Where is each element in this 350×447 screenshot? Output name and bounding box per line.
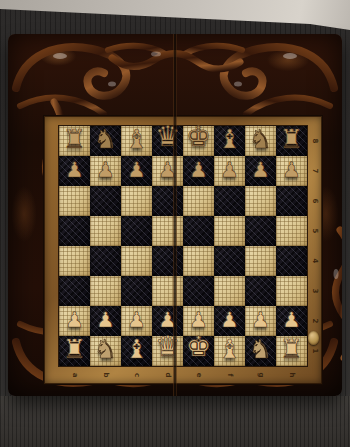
black-knight-b8[interactable]: ♞: [90, 123, 121, 155]
square-g2[interactable]: ♟: [245, 306, 276, 336]
square-g3[interactable]: [245, 276, 276, 306]
square-d5[interactable]: [152, 216, 183, 246]
black-knight-g8[interactable]: ♞: [245, 123, 276, 155]
square-a4[interactable]: [59, 246, 90, 276]
square-d6[interactable]: [152, 186, 183, 216]
wall-background: [0, 0, 350, 34]
white-knight-g1[interactable]: ♞: [245, 333, 276, 365]
square-e3[interactable]: [183, 276, 214, 306]
square-f7[interactable]: ♟: [214, 156, 245, 186]
square-c6[interactable]: [121, 186, 152, 216]
square-c3[interactable]: [121, 276, 152, 306]
square-c5[interactable]: [121, 216, 152, 246]
square-b1[interactable]: ♞: [90, 336, 121, 366]
square-h2[interactable]: ♟: [276, 306, 307, 336]
square-b2[interactable]: ♟: [90, 306, 121, 336]
square-g5[interactable]: [245, 216, 276, 246]
black-rook-h8[interactable]: ♜: [276, 123, 307, 155]
black-pawn-h7[interactable]: ♟: [276, 156, 307, 188]
square-h5[interactable]: [276, 216, 307, 246]
square-g4[interactable]: [245, 246, 276, 276]
square-a1[interactable]: ♜: [59, 336, 90, 366]
square-d1[interactable]: ♛: [152, 336, 183, 366]
square-c8[interactable]: ♝: [121, 126, 152, 156]
square-h8[interactable]: ♜: [276, 126, 307, 156]
square-b7[interactable]: ♟: [90, 156, 121, 186]
black-pawn-b7[interactable]: ♟: [90, 156, 121, 188]
square-c1[interactable]: ♝: [121, 336, 152, 366]
square-c4[interactable]: [121, 246, 152, 276]
white-bishop-c1[interactable]: ♝: [121, 333, 152, 365]
black-pawn-d7[interactable]: ♟: [152, 156, 183, 188]
black-pawn-g7[interactable]: ♟: [245, 156, 276, 188]
square-d4[interactable]: [152, 246, 183, 276]
square-f5[interactable]: [214, 216, 245, 246]
square-a3[interactable]: [59, 276, 90, 306]
white-queen-d1[interactable]: ♛: [152, 331, 183, 363]
black-pawn-a7[interactable]: ♟: [59, 156, 90, 188]
square-g7[interactable]: ♟: [245, 156, 276, 186]
square-f4[interactable]: [214, 246, 245, 276]
black-pawn-c7[interactable]: ♟: [121, 156, 152, 188]
square-c2[interactable]: ♟: [121, 306, 152, 336]
square-d8[interactable]: ♛: [152, 126, 183, 156]
white-rook-a1[interactable]: ♜: [59, 333, 90, 365]
photo-scene: ♜♞♝♛♚♝♞♜♟♟♟♟♟♟♟♟♟♟♟♟♟♟♟♟♜♞♝♛♚♝♞♜ abcdefg…: [0, 0, 350, 447]
board-grid: ♜♞♝♛♚♝♞♜♟♟♟♟♟♟♟♟♟♟♟♟♟♟♟♟♜♞♝♛♚♝♞♜: [59, 126, 307, 366]
square-c7[interactable]: ♟: [121, 156, 152, 186]
latch-knob: [308, 331, 319, 345]
square-a7[interactable]: ♟: [59, 156, 90, 186]
black-pawn-e7[interactable]: ♟: [183, 156, 214, 188]
black-pawn-f7[interactable]: ♟: [214, 156, 245, 188]
square-e8[interactable]: ♚: [183, 126, 214, 156]
square-h1[interactable]: ♜: [276, 336, 307, 366]
square-f8[interactable]: ♝: [214, 126, 245, 156]
square-b5[interactable]: [90, 216, 121, 246]
square-e1[interactable]: ♚: [183, 336, 214, 366]
square-f2[interactable]: ♟: [214, 306, 245, 336]
square-g8[interactable]: ♞: [245, 126, 276, 156]
white-bishop-f1[interactable]: ♝: [214, 333, 245, 365]
table-surface: [0, 396, 350, 447]
square-e7[interactable]: ♟: [183, 156, 214, 186]
square-b6[interactable]: [90, 186, 121, 216]
square-h3[interactable]: [276, 276, 307, 306]
black-king-e8[interactable]: ♚: [183, 121, 214, 153]
square-e6[interactable]: [183, 186, 214, 216]
square-a8[interactable]: ♜: [59, 126, 90, 156]
black-rook-a8[interactable]: ♜: [59, 123, 90, 155]
black-bishop-c8[interactable]: ♝: [121, 123, 152, 155]
square-f6[interactable]: [214, 186, 245, 216]
square-a6[interactable]: [59, 186, 90, 216]
square-f1[interactable]: ♝: [214, 336, 245, 366]
square-b3[interactable]: [90, 276, 121, 306]
black-bishop-f8[interactable]: ♝: [214, 123, 245, 155]
white-rook-h1[interactable]: ♜: [276, 333, 307, 365]
square-a2[interactable]: ♟: [59, 306, 90, 336]
board-fold-seam: [173, 34, 177, 396]
square-h4[interactable]: [276, 246, 307, 276]
square-b8[interactable]: ♞: [90, 126, 121, 156]
square-e4[interactable]: [183, 246, 214, 276]
square-h6[interactable]: [276, 186, 307, 216]
square-b4[interactable]: [90, 246, 121, 276]
black-queen-d8[interactable]: ♛: [152, 121, 183, 153]
square-g1[interactable]: ♞: [245, 336, 276, 366]
square-d7[interactable]: ♟: [152, 156, 183, 186]
square-d3[interactable]: [152, 276, 183, 306]
square-e5[interactable]: [183, 216, 214, 246]
square-h7[interactable]: ♟: [276, 156, 307, 186]
square-f3[interactable]: [214, 276, 245, 306]
square-a5[interactable]: [59, 216, 90, 246]
square-g6[interactable]: [245, 186, 276, 216]
white-king-e1[interactable]: ♚: [183, 331, 214, 363]
board-inner-border: ♜♞♝♛♚♝♞♜♟♟♟♟♟♟♟♟♟♟♟♟♟♟♟♟♜♞♝♛♚♝♞♜ abcdefg…: [44, 116, 322, 384]
white-knight-b1[interactable]: ♞: [90, 333, 121, 365]
